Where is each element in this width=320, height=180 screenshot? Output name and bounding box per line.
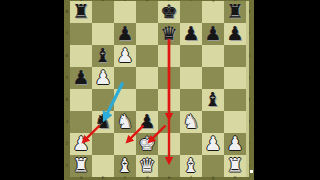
piece-black-knight[interactable]: ♞ — [94, 110, 111, 132]
square-f6[interactable] — [180, 45, 202, 67]
square-d5[interactable] — [136, 67, 158, 89]
piece-black-queen[interactable]: ♛ — [160, 22, 177, 44]
square-f5[interactable] — [180, 67, 202, 89]
square-d7[interactable] — [136, 23, 158, 45]
square-h6[interactable] — [224, 45, 246, 67]
square-b4[interactable] — [92, 89, 114, 111]
square-d8[interactable] — [136, 1, 158, 23]
square-f2[interactable] — [180, 133, 202, 155]
square-h2[interactable]: ♟ — [224, 133, 246, 155]
square-f4[interactable] — [180, 89, 202, 111]
piece-black-bishop[interactable]: ♝ — [94, 44, 111, 66]
piece-black-pawn[interactable]: ♟ — [116, 22, 133, 44]
square-a3[interactable] — [70, 111, 92, 133]
file-label-top-a: a — [73, 0, 89, 1]
rank-label-5: 5 — [64, 70, 68, 86]
square-g8[interactable] — [202, 1, 224, 23]
file-label-h: h — [227, 176, 243, 180]
square-b6[interactable]: ♝ — [92, 45, 114, 67]
rank-label-8: 8 — [64, 4, 68, 20]
square-f8[interactable] — [180, 1, 202, 23]
square-e8[interactable]: ♚ — [158, 1, 180, 23]
square-f7[interactable]: ♟ — [180, 23, 202, 45]
piece-white-knight[interactable]: ♞ — [182, 110, 199, 132]
piece-white-rook[interactable]: ♜ — [226, 154, 243, 176]
rank-label-2: 2 — [64, 136, 68, 152]
piece-black-pawn[interactable]: ♟ — [182, 22, 199, 44]
square-e3[interactable] — [158, 111, 180, 133]
piece-white-bishop[interactable]: ♝ — [182, 154, 199, 176]
piece-black-pawn[interactable]: ♟ — [226, 22, 243, 44]
square-a7[interactable] — [70, 23, 92, 45]
square-h1[interactable]: ♜ — [224, 155, 246, 177]
square-g7[interactable]: ♟ — [202, 23, 224, 45]
file-label-top-d: d — [139, 0, 155, 1]
square-b2[interactable] — [92, 133, 114, 155]
square-b5[interactable]: ♟ — [92, 67, 114, 89]
square-d2[interactable]: ♚ — [136, 133, 158, 155]
piece-black-pawn[interactable]: ♟ — [204, 22, 221, 44]
file-label-c: c — [117, 176, 133, 180]
square-c4[interactable] — [114, 89, 136, 111]
square-a8[interactable]: ♜ — [70, 1, 92, 23]
file-label-g: g — [205, 176, 221, 180]
square-c7[interactable]: ♟ — [114, 23, 136, 45]
square-g5[interactable] — [202, 67, 224, 89]
square-b1[interactable] — [92, 155, 114, 177]
rank-label-6: 6 — [64, 48, 68, 64]
board-edge-highlight — [246, 1, 249, 177]
square-g6[interactable] — [202, 45, 224, 67]
square-d6[interactable] — [136, 45, 158, 67]
piece-black-bishop[interactable]: ♝ — [204, 88, 221, 110]
file-label-top-b: b — [95, 0, 111, 1]
piece-white-knight[interactable]: ♞ — [116, 110, 133, 132]
square-c3[interactable]: ♞ — [114, 111, 136, 133]
rank-label-1: 1 — [64, 158, 68, 174]
file-label-e: e — [161, 176, 177, 180]
piece-black-king[interactable]: ♚ — [160, 0, 177, 22]
square-h5[interactable] — [224, 67, 246, 89]
square-e2[interactable] — [158, 133, 180, 155]
square-e4[interactable] — [158, 89, 180, 111]
square-b3[interactable]: ♞ — [92, 111, 114, 133]
square-g3[interactable] — [202, 111, 224, 133]
square-g4[interactable]: ♝ — [202, 89, 224, 111]
square-a6[interactable] — [70, 45, 92, 67]
piece-white-pawn[interactable]: ♟ — [94, 66, 111, 88]
piece-white-pawn[interactable]: ♟ — [226, 132, 243, 154]
square-h8[interactable]: ♜ — [224, 1, 246, 23]
square-e1[interactable] — [158, 155, 180, 177]
square-d1[interactable]: ♛ — [136, 155, 158, 177]
piece-black-pawn[interactable]: ♟ — [72, 66, 89, 88]
square-b8[interactable] — [92, 1, 114, 23]
rank-label-7: 7 — [64, 26, 68, 42]
square-g2[interactable]: ♟ — [202, 133, 224, 155]
piece-black-rook[interactable]: ♜ — [72, 0, 89, 22]
square-c8[interactable] — [114, 1, 136, 23]
square-a5[interactable]: ♟ — [70, 67, 92, 89]
square-c1[interactable]: ♝ — [114, 155, 136, 177]
square-f1[interactable]: ♝ — [180, 155, 202, 177]
piece-black-rook[interactable]: ♜ — [226, 0, 243, 22]
square-a1[interactable]: ♜ — [70, 155, 92, 177]
file-label-top-h: h — [227, 0, 243, 1]
square-h7[interactable]: ♟ — [224, 23, 246, 45]
square-f3[interactable]: ♞ — [180, 111, 202, 133]
square-c6[interactable]: ♟ — [114, 45, 136, 67]
piece-white-rook[interactable]: ♜ — [72, 154, 89, 176]
piece-white-pawn[interactable]: ♟ — [204, 132, 221, 154]
square-b7[interactable] — [92, 23, 114, 45]
video-frame: ♜♚♜♟♛♟♟♟♝♟♟♟♝♞♞♟♞♟♚♟♟♜♝♛♝♜ 8877665544332… — [0, 0, 320, 180]
piece-white-bishop[interactable]: ♝ — [116, 154, 133, 176]
square-g1[interactable] — [202, 155, 224, 177]
file-label-a: a — [73, 176, 89, 180]
square-e6[interactable] — [158, 45, 180, 67]
square-h4[interactable] — [224, 89, 246, 111]
rank-label-3: 3 — [64, 114, 68, 130]
file-label-top-e: e — [161, 0, 177, 1]
piece-white-pawn[interactable]: ♟ — [116, 44, 133, 66]
file-label-top-f: f — [183, 0, 199, 1]
piece-white-queen[interactable]: ♛ — [138, 154, 155, 176]
file-label-top-c: c — [117, 0, 133, 1]
file-label-d: d — [139, 176, 155, 180]
square-d3[interactable]: ♟ — [136, 111, 158, 133]
file-label-b: b — [95, 176, 111, 180]
piece-white-pawn[interactable]: ♟ — [72, 132, 89, 154]
square-e5[interactable] — [158, 67, 180, 89]
piece-black-pawn[interactable]: ♟ — [138, 110, 155, 132]
square-h3[interactable] — [224, 111, 246, 133]
file-label-f: f — [183, 176, 199, 180]
square-c5[interactable] — [114, 67, 136, 89]
square-d4[interactable] — [136, 89, 158, 111]
record-dot — [250, 170, 253, 173]
square-a4[interactable] — [70, 89, 92, 111]
file-label-top-g: g — [205, 0, 221, 1]
rank-label-4: 4 — [64, 92, 68, 108]
piece-white-king[interactable]: ♚ — [138, 132, 155, 154]
square-c2[interactable] — [114, 133, 136, 155]
square-e7[interactable]: ♛ — [158, 23, 180, 45]
square-a2[interactable]: ♟ — [70, 133, 92, 155]
chess-board[interactable]: ♜♚♜♟♛♟♟♟♝♟♟♟♝♞♞♟♞♟♚♟♟♜♝♛♝♜ — [70, 1, 246, 177]
